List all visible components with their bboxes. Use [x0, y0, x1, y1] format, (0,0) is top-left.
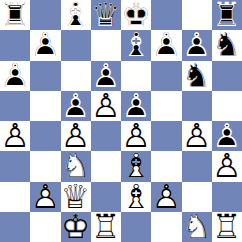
black-knight-outline: ♘ [212, 30, 242, 60]
square-g4[interactable]: ♟♙ [182, 121, 212, 151]
black-rook-outline: ♖ [212, 0, 242, 30]
black-pawn-outline: ♙ [0, 61, 30, 91]
black-pawn-outline: ♙ [91, 61, 121, 91]
square-f4[interactable] [151, 121, 181, 151]
square-b8[interactable] [30, 0, 60, 30]
piece-black-rook: ♜♖ [212, 0, 242, 30]
piece-white-rook: ♜♖ [91, 212, 121, 242]
square-e4[interactable]: ♟♙ [121, 121, 151, 151]
black-bishop-outline: ♗ [121, 30, 151, 60]
piece-black-pawn: ♟♙ [212, 121, 242, 151]
square-d2[interactable] [91, 182, 121, 212]
white-pawn-outline: ♙ [151, 182, 181, 212]
square-c8[interactable]: ♝♗ [61, 0, 91, 30]
white-queen-outline: ♕ [61, 182, 91, 212]
piece-white-bishop: ♝♗ [121, 182, 151, 212]
square-h6[interactable] [212, 61, 242, 91]
square-d5[interactable]: ♟♙ [91, 91, 121, 121]
square-e5[interactable]: ♟♙ [121, 91, 151, 121]
square-a4[interactable]: ♟♙ [0, 121, 30, 151]
square-d3[interactable] [91, 151, 121, 181]
square-e7[interactable]: ♝♗ [121, 30, 151, 60]
black-rook-outline: ♖ [0, 0, 30, 30]
piece-black-pawn: ♟♙ [91, 61, 121, 91]
square-e6[interactable] [121, 61, 151, 91]
white-rook-outline: ♖ [91, 212, 121, 242]
piece-black-pawn: ♟♙ [182, 30, 212, 60]
piece-black-rook: ♜♖ [0, 0, 30, 30]
square-f3[interactable] [151, 151, 181, 181]
square-b5[interactable] [30, 91, 60, 121]
black-bishop-outline: ♗ [61, 0, 91, 30]
black-king-outline: ♔ [121, 0, 151, 30]
black-pawn-outline: ♙ [121, 91, 151, 121]
white-rook-outline: ♖ [212, 212, 242, 242]
piece-white-rook: ♜♖ [212, 212, 242, 242]
piece-white-pawn: ♟♙ [91, 91, 121, 121]
white-knight-outline: ♘ [182, 212, 212, 242]
piece-white-queen: ♛♕ [61, 182, 91, 212]
square-f5[interactable] [151, 91, 181, 121]
square-h2[interactable] [212, 182, 242, 212]
square-c2[interactable]: ♛♕ [61, 182, 91, 212]
square-c6[interactable] [61, 61, 91, 91]
square-h5[interactable] [212, 91, 242, 121]
square-h8[interactable]: ♜♖ [212, 0, 242, 30]
black-pawn-outline: ♙ [151, 30, 181, 60]
square-g3[interactable] [182, 151, 212, 181]
black-knight-outline: ♘ [182, 61, 212, 91]
square-e8[interactable]: ♚♔ [121, 0, 151, 30]
square-b6[interactable] [30, 61, 60, 91]
black-pawn-outline: ♙ [61, 91, 91, 121]
white-pawn-outline: ♙ [61, 121, 91, 151]
black-pawn-outline: ♙ [182, 30, 212, 60]
white-bishop-outline: ♗ [121, 151, 151, 181]
piece-white-pawn: ♟♙ [212, 151, 242, 181]
white-bishop-outline: ♗ [121, 182, 151, 212]
piece-white-pawn: ♟♙ [121, 121, 151, 151]
piece-black-pawn: ♟♙ [30, 30, 60, 60]
square-g8[interactable] [182, 0, 212, 30]
square-f7[interactable]: ♟♙ [151, 30, 181, 60]
square-c3[interactable]: ♞♘ [61, 151, 91, 181]
square-a6[interactable]: ♟♙ [0, 61, 30, 91]
square-f2[interactable]: ♟♙ [151, 182, 181, 212]
square-d1[interactable]: ♜♖ [91, 212, 121, 242]
square-h1[interactable]: ♜♖ [212, 212, 242, 242]
black-pawn-outline: ♙ [212, 121, 242, 151]
square-f6[interactable] [151, 61, 181, 91]
piece-black-knight: ♞♘ [212, 30, 242, 60]
square-e2[interactable]: ♝♗ [121, 182, 151, 212]
white-pawn-outline: ♙ [0, 121, 30, 151]
piece-black-knight: ♞♘ [182, 61, 212, 91]
square-c1[interactable]: ♚♔ [61, 212, 91, 242]
square-c4[interactable]: ♟♙ [61, 121, 91, 151]
white-knight-outline: ♘ [61, 151, 91, 181]
white-pawn-outline: ♙ [182, 121, 212, 151]
piece-white-bishop: ♝♗ [121, 151, 151, 181]
piece-black-pawn: ♟♙ [0, 61, 30, 91]
square-g5[interactable] [182, 91, 212, 121]
piece-white-king: ♚♔ [61, 212, 91, 242]
chess-board: ♜♖♝♗♛♕♚♔♜♖♟♙♝♗♟♙♟♙♞♘♟♙♟♙♞♘♟♙♟♙♟♙♟♙♟♙♟♙♟♙… [0, 0, 242, 242]
square-b7[interactable]: ♟♙ [30, 30, 60, 60]
piece-white-knight: ♞♘ [61, 151, 91, 181]
piece-white-pawn: ♟♙ [30, 182, 60, 212]
square-b3[interactable] [30, 151, 60, 181]
piece-white-pawn: ♟♙ [182, 121, 212, 151]
square-g6[interactable]: ♞♘ [182, 61, 212, 91]
piece-black-pawn: ♟♙ [151, 30, 181, 60]
square-a2[interactable] [0, 182, 30, 212]
white-pawn-outline: ♙ [121, 121, 151, 151]
piece-black-queen: ♛♕ [91, 0, 121, 30]
piece-white-knight: ♞♘ [182, 212, 212, 242]
square-d7[interactable] [91, 30, 121, 60]
square-e1[interactable] [121, 212, 151, 242]
white-king-outline: ♔ [61, 212, 91, 242]
square-a3[interactable] [0, 151, 30, 181]
square-g2[interactable] [182, 182, 212, 212]
piece-white-pawn: ♟♙ [0, 121, 30, 151]
square-b2[interactable]: ♟♙ [30, 182, 60, 212]
piece-black-bishop: ♝♗ [121, 30, 151, 60]
square-c5[interactable]: ♟♙ [61, 91, 91, 121]
square-g7[interactable]: ♟♙ [182, 30, 212, 60]
square-h7[interactable]: ♞♘ [212, 30, 242, 60]
piece-black-king: ♚♔ [121, 0, 151, 30]
square-a1[interactable] [0, 212, 30, 242]
square-f8[interactable] [151, 0, 181, 30]
white-pawn-outline: ♙ [91, 91, 121, 121]
white-pawn-outline: ♙ [30, 182, 60, 212]
square-h3[interactable]: ♟♙ [212, 151, 242, 181]
square-a7[interactable] [0, 30, 30, 60]
square-g1[interactable]: ♞♘ [182, 212, 212, 242]
piece-black-bishop: ♝♗ [61, 0, 91, 30]
piece-white-pawn: ♟♙ [61, 121, 91, 151]
piece-white-pawn: ♟♙ [151, 182, 181, 212]
square-c7[interactable] [61, 30, 91, 60]
square-d4[interactable] [91, 121, 121, 151]
square-f1[interactable] [151, 212, 181, 242]
piece-black-pawn: ♟♙ [61, 91, 91, 121]
square-d6[interactable]: ♟♙ [91, 61, 121, 91]
square-h4[interactable]: ♟♙ [212, 121, 242, 151]
square-a5[interactable] [0, 91, 30, 121]
square-b1[interactable] [30, 212, 60, 242]
square-a8[interactable]: ♜♖ [0, 0, 30, 30]
black-queen-outline: ♕ [91, 0, 121, 30]
piece-black-pawn: ♟♙ [121, 91, 151, 121]
square-b4[interactable] [30, 121, 60, 151]
square-d8[interactable]: ♛♕ [91, 0, 121, 30]
black-pawn-outline: ♙ [30, 30, 60, 60]
square-e3[interactable]: ♝♗ [121, 151, 151, 181]
white-pawn-outline: ♙ [212, 151, 242, 181]
